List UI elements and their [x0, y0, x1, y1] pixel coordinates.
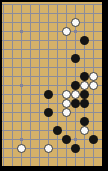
white-stone [62, 99, 71, 108]
white-stone [71, 18, 80, 27]
grid-line-horizontal [2, 58, 102, 59]
star-point [20, 138, 23, 141]
black-stone [44, 90, 53, 99]
black-stone [53, 126, 62, 135]
black-stone [80, 90, 89, 99]
white-stone [89, 81, 98, 90]
black-stone [62, 135, 71, 144]
white-stone [71, 90, 80, 99]
black-stone [71, 81, 80, 90]
black-stone [89, 135, 98, 144]
grid-line-horizontal [2, 22, 102, 23]
star-point [74, 30, 77, 33]
white-stone [80, 126, 89, 135]
white-stone [89, 72, 98, 81]
star-point [20, 84, 23, 87]
black-stone [71, 99, 80, 108]
black-stone [80, 117, 89, 126]
grid-line-horizontal [2, 67, 102, 68]
black-stone [71, 144, 80, 153]
white-stone [62, 108, 71, 117]
star-point [74, 138, 77, 141]
star-point [20, 30, 23, 33]
go-board[interactable] [2, 2, 102, 166]
white-stone [44, 144, 53, 153]
black-stone [71, 54, 80, 63]
white-stone [62, 90, 71, 99]
grid-line-horizontal [2, 13, 102, 14]
black-stone [80, 99, 89, 108]
white-stone [62, 27, 71, 36]
grid-line-horizontal [2, 139, 102, 140]
black-stone [80, 36, 89, 45]
white-stone [17, 144, 26, 153]
grid-line-horizontal [2, 49, 102, 50]
grid-line-horizontal [2, 4, 102, 5]
white-stone [80, 81, 89, 90]
grid-line-horizontal [2, 31, 102, 32]
black-stone [44, 108, 53, 117]
black-stone [80, 72, 89, 81]
app-frame [0, 0, 108, 171]
grid-line-horizontal [2, 157, 102, 158]
